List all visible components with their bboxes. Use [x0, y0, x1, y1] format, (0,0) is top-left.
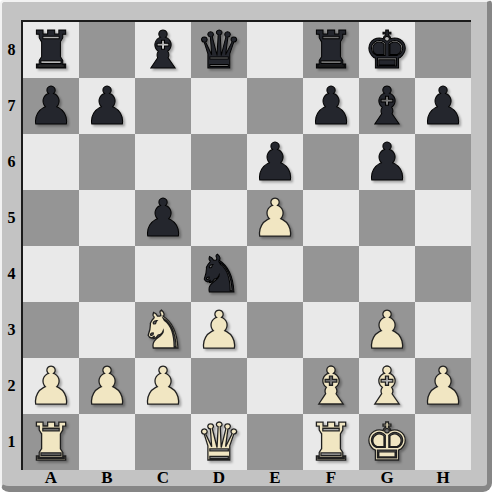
square-b1[interactable] — [79, 414, 135, 470]
square-h8[interactable] — [415, 22, 471, 78]
square-g6[interactable]: ♟ — [359, 134, 415, 190]
square-d2[interactable] — [191, 358, 247, 414]
square-c8[interactable]: ♝ — [135, 22, 191, 78]
square-c7[interactable] — [135, 78, 191, 134]
rank-label-2: 2 — [2, 358, 21, 414]
square-h4[interactable] — [415, 246, 471, 302]
file-label-d: D — [191, 468, 247, 488]
piece-white-king: ♚ — [364, 414, 411, 470]
piece-black-pawn: ♟ — [140, 190, 187, 246]
square-d8[interactable]: ♛ — [191, 22, 247, 78]
chess-diagram: ♜♝♛♜♚♟♟♟♝♟♟♟♟♟♞♞♟♟♟♟♟♝♝♟♜♛♜♚ 87654321 AB… — [0, 0, 492, 492]
square-e6[interactable]: ♟ — [247, 134, 303, 190]
chess-board: ♜♝♛♜♚♟♟♟♝♟♟♟♟♟♞♞♟♟♟♟♟♝♝♟♜♛♜♚ — [21, 20, 471, 470]
piece-black-rook: ♜ — [308, 22, 355, 78]
rank-labels: 87654321 — [2, 22, 21, 470]
piece-white-pawn: ♟ — [364, 302, 411, 358]
file-label-g: G — [359, 468, 415, 488]
square-h1[interactable] — [415, 414, 471, 470]
piece-black-king: ♚ — [364, 22, 411, 78]
rank-label-7: 7 — [2, 78, 21, 134]
square-a8[interactable]: ♜ — [23, 22, 79, 78]
square-c5[interactable]: ♟ — [135, 190, 191, 246]
rank-label-8: 8 — [2, 22, 21, 78]
square-b5[interactable] — [79, 190, 135, 246]
square-a4[interactable] — [23, 246, 79, 302]
piece-black-pawn: ♟ — [420, 78, 467, 134]
rank-label-6: 6 — [2, 134, 21, 190]
piece-black-pawn: ♟ — [308, 78, 355, 134]
square-g8[interactable]: ♚ — [359, 22, 415, 78]
square-f7[interactable]: ♟ — [303, 78, 359, 134]
square-f6[interactable] — [303, 134, 359, 190]
square-e7[interactable] — [247, 78, 303, 134]
piece-black-pawn: ♟ — [252, 134, 299, 190]
square-g4[interactable] — [359, 246, 415, 302]
square-d7[interactable] — [191, 78, 247, 134]
square-b2[interactable]: ♟ — [79, 358, 135, 414]
piece-white-pawn: ♟ — [252, 190, 299, 246]
square-a2[interactable]: ♟ — [23, 358, 79, 414]
rank-label-3: 3 — [2, 302, 21, 358]
square-f8[interactable]: ♜ — [303, 22, 359, 78]
square-e4[interactable] — [247, 246, 303, 302]
square-h2[interactable]: ♟ — [415, 358, 471, 414]
piece-black-pawn: ♟ — [364, 134, 411, 190]
square-f2[interactable]: ♝ — [303, 358, 359, 414]
file-label-a: A — [23, 468, 79, 488]
square-c6[interactable] — [135, 134, 191, 190]
piece-black-pawn: ♟ — [84, 78, 131, 134]
piece-white-queen: ♛ — [196, 414, 243, 470]
rank-label-5: 5 — [2, 190, 21, 246]
square-a3[interactable] — [23, 302, 79, 358]
square-b3[interactable] — [79, 302, 135, 358]
square-g1[interactable]: ♚ — [359, 414, 415, 470]
piece-white-rook: ♜ — [308, 414, 355, 470]
square-e2[interactable] — [247, 358, 303, 414]
square-h3[interactable] — [415, 302, 471, 358]
square-e1[interactable] — [247, 414, 303, 470]
square-f1[interactable]: ♜ — [303, 414, 359, 470]
square-h6[interactable] — [415, 134, 471, 190]
file-label-b: B — [79, 468, 135, 488]
square-c3[interactable]: ♞ — [135, 302, 191, 358]
piece-white-bishop: ♝ — [364, 358, 411, 414]
square-a6[interactable] — [23, 134, 79, 190]
square-d6[interactable] — [191, 134, 247, 190]
piece-black-knight: ♞ — [196, 246, 243, 302]
square-c1[interactable] — [135, 414, 191, 470]
rank-label-4: 4 — [2, 246, 21, 302]
square-b8[interactable] — [79, 22, 135, 78]
square-g2[interactable]: ♝ — [359, 358, 415, 414]
square-e3[interactable] — [247, 302, 303, 358]
square-g5[interactable] — [359, 190, 415, 246]
square-f5[interactable] — [303, 190, 359, 246]
piece-white-bishop: ♝ — [308, 358, 355, 414]
piece-white-rook: ♜ — [28, 414, 75, 470]
piece-white-pawn: ♟ — [84, 358, 131, 414]
square-f4[interactable] — [303, 246, 359, 302]
piece-black-bishop: ♝ — [140, 22, 187, 78]
piece-white-pawn: ♟ — [196, 302, 243, 358]
file-labels: ABCDEFGH — [23, 468, 471, 488]
piece-black-bishop: ♝ — [364, 78, 411, 134]
square-e5[interactable]: ♟ — [247, 190, 303, 246]
piece-white-pawn: ♟ — [28, 358, 75, 414]
square-d1[interactable]: ♛ — [191, 414, 247, 470]
square-d3[interactable]: ♟ — [191, 302, 247, 358]
piece-black-rook: ♜ — [28, 22, 75, 78]
piece-black-pawn: ♟ — [28, 78, 75, 134]
file-label-c: C — [135, 468, 191, 488]
square-g3[interactable]: ♟ — [359, 302, 415, 358]
square-b4[interactable] — [79, 246, 135, 302]
rank-label-1: 1 — [2, 414, 21, 470]
square-e8[interactable] — [247, 22, 303, 78]
piece-white-knight: ♞ — [140, 302, 187, 358]
square-a7[interactable]: ♟ — [23, 78, 79, 134]
square-h5[interactable] — [415, 190, 471, 246]
square-a1[interactable]: ♜ — [23, 414, 79, 470]
square-b6[interactable] — [79, 134, 135, 190]
square-c4[interactable] — [135, 246, 191, 302]
piece-white-pawn: ♟ — [140, 358, 187, 414]
square-h7[interactable]: ♟ — [415, 78, 471, 134]
file-label-f: F — [303, 468, 359, 488]
file-label-h: H — [415, 468, 471, 488]
square-a5[interactable] — [23, 190, 79, 246]
square-b7[interactable]: ♟ — [79, 78, 135, 134]
square-c2[interactable]: ♟ — [135, 358, 191, 414]
square-d4[interactable]: ♞ — [191, 246, 247, 302]
piece-black-queen: ♛ — [196, 22, 243, 78]
square-d5[interactable] — [191, 190, 247, 246]
square-g7[interactable]: ♝ — [359, 78, 415, 134]
square-f3[interactable] — [303, 302, 359, 358]
piece-white-pawn: ♟ — [420, 358, 467, 414]
file-label-e: E — [247, 468, 303, 488]
